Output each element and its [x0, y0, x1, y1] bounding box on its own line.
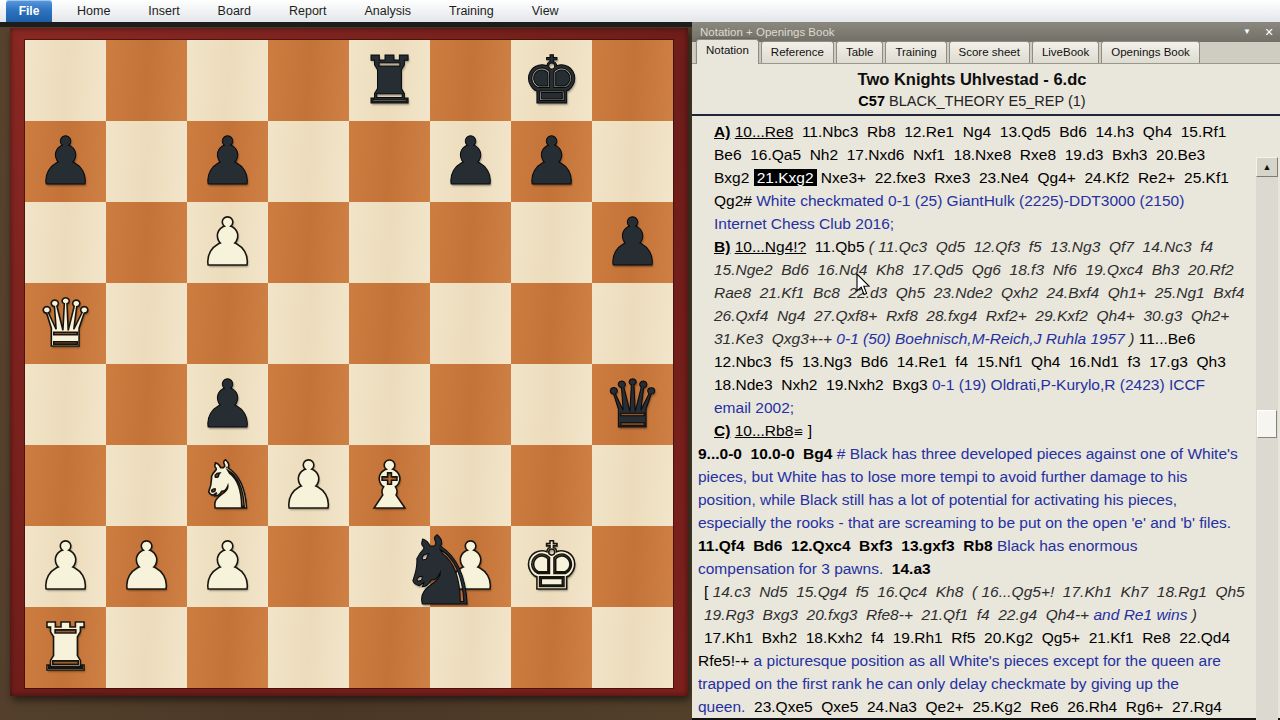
notation-line: 26.Qxf4 Ng4 27.Qxf8+ Rxf8 28.fxg4 Rxf2+ …	[696, 304, 1252, 327]
notation-segment[interactable]: position, while Black still has a lot of…	[698, 491, 1177, 508]
notation-line: 12.Nbc3 f5 13.Ng3 Bd6 14.Re1 f4 15.Nf1 Q…	[696, 350, 1252, 373]
notation-segment[interactable]: 23.Qxe5 Qxe5 24.Na3 Qe2+ 25.Kg2 Re6 26.R…	[754, 698, 1222, 715]
notation-segment[interactable]: C)	[714, 422, 730, 439]
black-piece-g7[interactable]: ♟	[511, 121, 592, 202]
mouse-cursor-icon	[856, 274, 871, 300]
notation-line: 9...0-0 10.0-0 Bg4 # Black has three dev…	[696, 442, 1252, 465]
collapse-icon[interactable]: ▼	[1236, 24, 1258, 40]
panel-tabstrip: NotationReferenceTableTrainingScore shee…	[692, 42, 1280, 64]
notation-segment[interactable]: 17.Kh1 Bxh2 18.Kxh2 f4 19.Rh1 Rf5 20.Kg2…	[704, 629, 1230, 646]
notation-line: Be6 16.Qa5 Nh2 17.Nxd6 Nxf1 18.Nxe8 Rxe8…	[696, 143, 1252, 166]
notation-segment[interactable]: pieces, but White has to lose more tempi…	[698, 468, 1187, 485]
notation-line: Rae8 21.Kf1 Bc8 22.d3 Qh5 23.Nde2 Qxh2 2…	[696, 281, 1252, 304]
scroll-up-icon[interactable]: ▲	[1256, 157, 1278, 177]
notation-segment[interactable]: 19.Rg3 Bxg3 20.fxg3 Rfe8-+ 21.Qf1 f4 22.…	[704, 606, 1093, 623]
notation-segment[interactable]: A)	[714, 123, 730, 140]
notation-segment[interactable]: # Black has three developed pieces again…	[837, 445, 1238, 462]
menu-item-analysis[interactable]: Analysis	[346, 0, 431, 22]
notation-line: position, while Black still has a lot of…	[696, 488, 1252, 511]
notation-segment[interactable]: [	[704, 583, 713, 600]
notation-segment[interactable]: email 2002;	[714, 399, 794, 416]
black-piece-g8[interactable]: ♚	[511, 40, 592, 121]
notation-segment[interactable]: 14.c3 Nd5 15.Qg4 f5 16.Qc4 Kh8 ( 16...Qg…	[713, 583, 1245, 600]
notation-line: 17.Kh1 Bxh2 18.Kxh2 f4 19.Rh1 Rf5 20.Kg2…	[696, 626, 1252, 649]
notation-segment[interactable]: Qg2#	[714, 192, 756, 209]
notation-panel: Notation + Openings Book ▼ ✕ NotationRef…	[692, 22, 1280, 720]
chess-board-frame: ♜♚♟♟♟♟♟♟♛♟♛♞♟♝♟♟♟♟♚♜♞	[10, 28, 688, 696]
notation-line: Bxg2 21.Kxg2 Nxe3+ 22.fxe3 Rxe3 23.Ne4 Q…	[696, 166, 1252, 189]
menu-item-board[interactable]: Board	[199, 0, 270, 22]
source-name: BLACK_THEORY E5_REP (1)	[885, 93, 1086, 109]
white-piece-g2[interactable]: ♚	[511, 526, 592, 607]
notation-segment[interactable]: 9...0-0 10.0-0 Bg4	[698, 445, 837, 462]
tab-training[interactable]: Training	[885, 41, 946, 63]
notation-segment[interactable]: ( 11.Qc3 Qd5 12.Qf3 f5 13.Ng3 Qf7 14.Nc3…	[869, 238, 1213, 255]
scrollbar-thumb[interactable]	[1257, 410, 1277, 438]
notation-line: A) 10...Re8 11.Nbc3 Rb8 12.Re1 Ng4 13.Qd…	[696, 120, 1252, 143]
white-piece-a1[interactable]: ♜	[25, 607, 106, 688]
notation-segment[interactable]: 14.a3	[892, 560, 931, 577]
notation-line: Qg2# White checkmated 0-1 (25) GiantHulk…	[696, 189, 1252, 212]
notation-segment[interactable]: and Re1 wins	[1093, 606, 1187, 623]
notation-segment[interactable]: 10...Ng4!?	[735, 238, 807, 255]
notation-line: pieces, but White has to lose more tempi…	[696, 465, 1252, 488]
menu-items: HomeInsertBoardReportAnalysisTrainingVie…	[58, 0, 578, 22]
notation-line: B) 10...Ng4!? 11.Qb5 ( 11.Qc3 Qd5 12.Qf3…	[696, 235, 1252, 258]
notation-segment[interactable]: Nxe3+ 22.fxe3 Rxe3 23.Ne4 Qg4+ 24.Kf2 Re…	[817, 169, 1229, 186]
notation-segment[interactable]: 0-1 (50) Boehnisch,M-Reich,J Ruhla 1957	[836, 330, 1125, 347]
notation-segment[interactable]: especially the rooks - that are screamin…	[698, 514, 1231, 531]
notation-line: Internet Chess Club 2016;	[696, 212, 1252, 235]
black-piece-c7[interactable]: ♟	[187, 121, 268, 202]
notation-line: compensation for 3 pawns. 14.a3	[696, 557, 1252, 580]
white-piece-e3[interactable]: ♝	[349, 445, 430, 526]
notation-segment[interactable]: a picturesque position as all White's pi…	[754, 652, 1221, 669]
notation-line: Rfe5!-+ a picturesque position as all Wh…	[696, 649, 1252, 672]
notation-segment[interactable]: 18.Nde3 Nxh2 19.Nxh2 Bxg3	[714, 376, 932, 393]
eco-code: C57	[858, 93, 885, 109]
white-piece-d3[interactable]: ♟	[268, 445, 349, 526]
notation-segment[interactable]: 12.Nbc3 f5 13.Ng3 Bd6 14.Re1 f4 15.Nf1 Q…	[714, 353, 1226, 370]
header-divider	[692, 114, 1280, 116]
scrollbar[interactable]: ▲ ▼	[1256, 157, 1278, 720]
notation-segment[interactable]: )	[1187, 606, 1196, 623]
notation-content: Two Knights Uhlvestad - 6.dc C57 BLACK_T…	[692, 64, 1280, 720]
white-piece-c3[interactable]: ♞	[187, 445, 268, 526]
panel-titlebar[interactable]: Notation + Openings Book ▼ ✕	[692, 22, 1280, 42]
black-piece-h4[interactable]: ♛	[592, 364, 673, 445]
notation-segment[interactable]: 11...Be6	[1139, 330, 1196, 347]
ribbon-menu-bar: File HomeInsertBoardReportAnalysisTraini…	[0, 0, 1280, 23]
menu-item-home[interactable]: Home	[58, 0, 129, 22]
game-header: C57 BLACK_THEORY E5_REP (1)	[692, 93, 1252, 109]
white-piece-a2[interactable]: ♟	[25, 526, 106, 607]
notation-segment[interactable]: ≌	[793, 425, 803, 439]
menu-item-report[interactable]: Report	[270, 0, 346, 22]
notation-line: trapped on the first rank he can only de…	[696, 672, 1252, 695]
black-knight-animating[interactable]: ♞	[390, 521, 490, 621]
notation-line: 18.Nde3 Nxh2 19.Nxh2 Bxg3 0-1 (19) Oldra…	[696, 373, 1252, 396]
notation-segment[interactable]: 31.Ke3 Qxg3+-+	[714, 330, 836, 347]
notation-line: 31.Ke3 Qxg3+-+ 0-1 (50) Boehnisch,M-Reic…	[696, 327, 1252, 350]
notation-segment[interactable]: B)	[714, 238, 730, 255]
black-piece-a7[interactable]: ♟	[25, 121, 106, 202]
notation-segment[interactable]: compensation for 3 pawns.	[698, 560, 892, 577]
notation-line: [ 14.c3 Nd5 15.Qg4 f5 16.Qc4 Kh8 ( 16...…	[696, 580, 1252, 603]
opening-title: Two Knights Uhlvestad - 6.dc	[692, 70, 1252, 89]
tab-openings-book[interactable]: Openings Book	[1101, 41, 1200, 63]
white-piece-c6[interactable]: ♟	[187, 202, 268, 283]
notation-segment[interactable]: 26.Qxf4 Ng4 27.Qxf8+ Rxf8 28.fxg4 Rxf2+ …	[714, 307, 1229, 324]
notation-segment[interactable]: Black has enormous	[997, 537, 1137, 554]
white-piece-b2[interactable]: ♟	[106, 526, 187, 607]
notation-segment[interactable]: 10...Rb8	[735, 422, 794, 439]
notation-line: C) 10...Rb8≌ ]	[696, 419, 1252, 442]
tab-reference[interactable]: Reference	[761, 41, 834, 63]
notation-segment[interactable]: Internet Chess Club 2016;	[714, 215, 894, 232]
tab-score-sheet[interactable]: Score sheet	[949, 41, 1030, 63]
menu-item-insert[interactable]: Insert	[129, 0, 198, 22]
menu-item-training[interactable]: Training	[430, 0, 513, 22]
board-panel: ♜♚♟♟♟♟♟♟♛♟♛♞♟♝♟♟♟♟♚♜♞	[0, 27, 692, 720]
notation-segment[interactable]: Rae8 21.Kf1 Bc8 22.d3 Qh5 23.Nde2 Qxh2 2…	[714, 284, 1244, 301]
notation-segment[interactable]: trapped on the first rank he can only de…	[698, 675, 1179, 692]
notation-segment[interactable]: 10...Re8	[735, 123, 794, 140]
notation-segment[interactable]: queen.	[698, 698, 754, 715]
notation-segment[interactable]: )	[1125, 330, 1139, 347]
tab-livebook[interactable]: LiveBook	[1032, 41, 1099, 63]
notation-segment[interactable]: 0-1 (19) Oldrati,P-Kurylo,R (2423) ICCF	[932, 376, 1205, 393]
black-piece-h6[interactable]: ♟	[592, 202, 673, 283]
white-piece-a5[interactable]: ♛	[25, 283, 106, 364]
notation-segment[interactable]: Bxg2	[714, 169, 754, 186]
notation-segment[interactable]: Be6 16.Qa5 Nh2 17.Nxd6 Nxf1 18.Nxe8 Rxe8…	[714, 146, 1205, 163]
notation-line: 15.Nge2 Bd6 16.Nd4 Kh8 17.Qd5 Qg6 18.f3 …	[696, 258, 1252, 281]
notation-line: 11.Qf4 Bd6 12.Qxc4 Bxf3 13.gxf3 Rb8 Blac…	[696, 534, 1252, 557]
application-window: File HomeInsertBoardReportAnalysisTraini…	[0, 0, 1280, 720]
notation-line: especially the rooks - that are screamin…	[696, 511, 1252, 534]
tab-notation[interactable]: Notation	[696, 39, 759, 64]
black-piece-f7[interactable]: ♟	[430, 121, 511, 202]
notation-segment[interactable]: White checkmated 0-1 (25) GiantHulk (222…	[756, 192, 1184, 209]
tab-table[interactable]: Table	[836, 41, 884, 63]
notation-line: 19.Rg3 Bxg3 20.fxg3 Rfe8-+ 21.Qf1 f4 22.…	[696, 603, 1252, 626]
notation-segment[interactable]: 15.Nge2 Bd6 16.Nd4 Kh8 17.Qd5 Qg6 18.f3 …	[714, 261, 1234, 278]
menu-item-view[interactable]: View	[513, 0, 578, 22]
notation-line: email 2002;	[696, 396, 1252, 419]
white-piece-c2[interactable]: ♟	[187, 526, 268, 607]
black-piece-e8[interactable]: ♜	[349, 40, 430, 121]
notation-segment[interactable]: 11.Qb5	[806, 238, 869, 255]
chess-pieces-layer: ♜♚♟♟♟♟♟♟♛♟♛♞♟♝♟♟♟♟♚♜♞	[25, 40, 673, 688]
notation-line: queen. 23.Qxe5 Qxe5 24.Na3 Qe2+ 25.Kg2 R…	[696, 695, 1252, 718]
notation-segment[interactable]: 11.Qf4 Bd6 12.Qxc4 Bxf3 13.gxf3 Rb8	[698, 537, 997, 554]
black-piece-c4[interactable]: ♟	[187, 364, 268, 445]
notation-segment[interactable]: ]	[803, 422, 812, 439]
close-icon[interactable]: ✕	[1258, 24, 1280, 40]
panel-title: Notation + Openings Book	[692, 26, 1236, 38]
file-menu-button[interactable]: File	[6, 0, 52, 22]
move-list[interactable]: A) 10...Re8 11.Nbc3 Rb8 12.Re1 Ng4 13.Qd…	[696, 120, 1252, 718]
notation-segment[interactable]: Rfe5!-+	[698, 652, 754, 669]
notation-segment[interactable]: 11.Nbc3 Rb8 12.Re1 Ng4 13.Qd5 Bd6 14.h3 …	[793, 123, 1226, 140]
current-move-highlight[interactable]: 21.Kxg2	[754, 169, 817, 186]
